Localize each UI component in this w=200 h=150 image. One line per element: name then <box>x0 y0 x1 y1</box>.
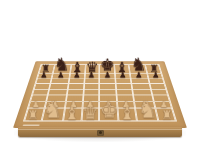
square-g1[interactable]: ♞ <box>135 108 159 121</box>
light-king[interactable]: ♚ <box>100 102 118 121</box>
dark-pawn[interactable]: ♟ <box>57 71 64 79</box>
square-f1[interactable]: ♝ <box>118 108 137 121</box>
light-bishop[interactable]: ♝ <box>120 105 136 122</box>
square-c1[interactable]: ♝ <box>63 108 82 121</box>
brand-marking <box>23 124 40 126</box>
board-grid: ♜♞♝♛♚♝♞♜♟♟♟♟♟♟♟♟♟♟♟♟♟♟♟♟♜♞♝♛♚♝♞♜ <box>23 64 177 121</box>
dark-pawn[interactable]: ♟ <box>73 71 80 79</box>
light-knight[interactable]: ♞ <box>137 100 157 121</box>
dark-pawn[interactable]: ♟ <box>152 71 159 79</box>
square-e1[interactable]: ♚ <box>99 108 119 121</box>
board-photo: ♜♞♝♛♚♝♞♜♟♟♟♟♟♟♟♟♟♟♟♟♟♟♟♟♜♞♝♛♚♝♞♜ <box>0 0 200 150</box>
light-rook[interactable]: ♜ <box>27 109 38 121</box>
dark-pawn[interactable]: ♟ <box>119 71 126 79</box>
square-b1[interactable]: ♞ <box>41 108 65 121</box>
dark-pawn[interactable]: ♟ <box>41 71 48 79</box>
dark-pawn[interactable]: ♟ <box>136 71 143 79</box>
dark-pawn[interactable]: ♟ <box>104 71 111 79</box>
dark-pawn[interactable]: ♟ <box>88 71 95 79</box>
board-front-edge <box>18 127 182 137</box>
light-knight[interactable]: ♞ <box>43 100 63 121</box>
light-queen[interactable]: ♛ <box>82 105 98 122</box>
square-h1[interactable]: ♜ <box>156 108 176 121</box>
board: ♜♞♝♛♚♝♞♜♟♟♟♟♟♟♟♟♟♟♟♟♟♟♟♟♜♞♝♛♚♝♞♜ <box>13 61 187 128</box>
light-bishop[interactable]: ♝ <box>64 105 80 122</box>
clasp-icon <box>97 130 104 136</box>
light-rook[interactable]: ♜ <box>161 109 172 121</box>
square-d1[interactable]: ♛ <box>81 108 99 121</box>
